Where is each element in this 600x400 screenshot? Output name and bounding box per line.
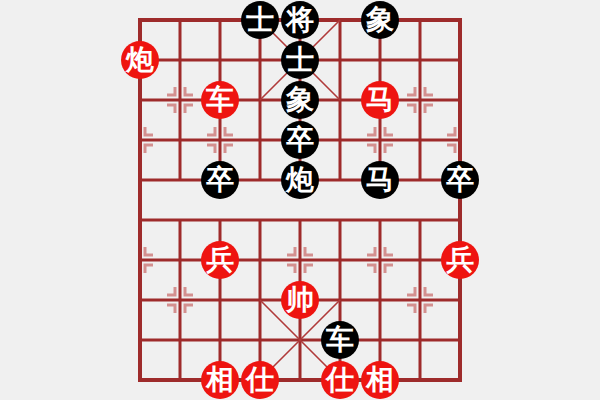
red-elephant[interactable]: 相 bbox=[361, 361, 399, 399]
red-soldier[interactable]: 兵 bbox=[441, 241, 479, 279]
black-chariot[interactable]: 车 bbox=[321, 321, 359, 359]
red-elephant[interactable]: 相 bbox=[201, 361, 239, 399]
black-elephant[interactable]: 象 bbox=[281, 81, 319, 119]
black-soldier[interactable]: 卒 bbox=[281, 121, 319, 159]
xiangqi-board: 士将象炮士车象马卒卒炮马卒兵兵帅车相仕仕相 bbox=[0, 0, 600, 400]
red-cannon[interactable]: 炮 bbox=[121, 41, 159, 79]
red-soldier[interactable]: 兵 bbox=[201, 241, 239, 279]
red-advisor[interactable]: 仕 bbox=[241, 361, 279, 399]
black-advisor[interactable]: 士 bbox=[281, 41, 319, 79]
black-soldier[interactable]: 卒 bbox=[441, 161, 479, 199]
red-chariot[interactable]: 车 bbox=[201, 81, 239, 119]
red-horse[interactable]: 马 bbox=[361, 81, 399, 119]
red-advisor[interactable]: 仕 bbox=[321, 361, 359, 399]
black-elephant[interactable]: 象 bbox=[361, 1, 399, 39]
black-cannon[interactable]: 炮 bbox=[281, 161, 319, 199]
piece-layer: 士将象炮士车象马卒卒炮马卒兵兵帅车相仕仕相 bbox=[120, 0, 480, 400]
black-general[interactable]: 将 bbox=[281, 1, 319, 39]
black-soldier[interactable]: 卒 bbox=[201, 161, 239, 199]
black-horse[interactable]: 马 bbox=[361, 161, 399, 199]
black-advisor[interactable]: 士 bbox=[241, 1, 279, 39]
red-general[interactable]: 帅 bbox=[281, 281, 319, 319]
